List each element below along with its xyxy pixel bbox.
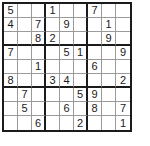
cell-r3c4-given: 2 [46,32,60,46]
cell-r2c6-empty[interactable] [74,18,88,32]
cell-r1c4-given: 1 [46,4,60,18]
cell-r7c9-empty[interactable] [116,88,130,102]
cell-r9c5-empty[interactable] [60,116,74,130]
cell-r6c4-given: 3 [46,74,60,88]
cell-r8c3-empty[interactable] [32,102,46,116]
cell-r9c7-empty[interactable] [88,116,102,130]
cell-r3c6-empty[interactable] [74,32,88,46]
cell-r3c7-empty[interactable] [88,32,102,46]
cell-r2c3-given: 7 [32,18,46,32]
cell-r1c8-empty[interactable] [102,4,116,18]
cell-r7c7-given: 9 [88,88,102,102]
cell-r3c3-given: 8 [32,32,46,46]
cell-r4c9-given: 9 [116,46,130,60]
cell-r2c9-empty[interactable] [116,18,130,32]
cell-r6c5-given: 4 [60,74,74,88]
cell-r1c9-empty[interactable] [116,4,130,18]
cell-r6c6-empty[interactable] [74,74,88,88]
cell-r3c1-empty[interactable] [4,32,18,46]
cell-r2c8-given: 1 [102,18,116,32]
cell-r9c6-given: 2 [74,116,88,130]
cell-r8c9-given: 7 [116,102,130,116]
cell-r8c4-empty[interactable] [46,102,60,116]
cell-r2c5-given: 9 [60,18,74,32]
cell-r8c1-empty[interactable] [4,102,18,116]
cell-r5c8-empty[interactable] [102,60,116,74]
cell-r4c2-empty[interactable] [18,46,32,60]
cell-r1c3-empty[interactable] [32,4,46,18]
cell-r4c1-given: 7 [4,46,18,60]
cell-r7c6-given: 5 [74,88,88,102]
cell-r1c2-empty[interactable] [18,4,32,18]
cell-r3c5-empty[interactable] [60,32,74,46]
cell-r7c1-empty[interactable] [4,88,18,102]
cell-r5c1-empty[interactable] [4,60,18,74]
cell-r6c8-empty[interactable] [102,74,116,88]
cell-r5c2-empty[interactable] [18,60,32,74]
cell-r1c7-given: 7 [88,4,102,18]
cell-r5c5-empty[interactable] [60,60,74,74]
cell-r7c2-given: 7 [18,88,32,102]
cell-r4c6-given: 1 [74,46,88,60]
cell-r4c4-empty[interactable] [46,46,60,60]
cell-r9c3-given: 6 [32,116,46,130]
cell-r1c1-given: 5 [4,4,18,18]
cell-r8c6-empty[interactable] [74,102,88,116]
cell-r2c4-empty[interactable] [46,18,60,32]
cell-r5c7-given: 6 [88,60,102,74]
cell-r1c5-empty[interactable] [60,4,74,18]
cell-r9c1-empty[interactable] [4,116,18,130]
cell-r7c4-empty[interactable] [46,88,60,102]
cell-r1c6-empty[interactable] [74,4,88,18]
cell-r5c9-empty[interactable] [116,60,130,74]
cell-r6c7-empty[interactable] [88,74,102,88]
cell-r7c8-empty[interactable] [102,88,116,102]
cell-r6c2-empty[interactable] [18,74,32,88]
cell-r8c2-given: 5 [18,102,32,116]
sudoku-board: 517479182975191683427595687621 [2,2,132,132]
cell-r8c7-given: 8 [88,102,102,116]
cell-r8c8-empty[interactable] [102,102,116,116]
cell-r2c7-empty[interactable] [88,18,102,32]
cell-r6c3-empty[interactable] [32,74,46,88]
cell-r6c9-given: 2 [116,74,130,88]
cell-r5c3-given: 1 [32,60,46,74]
cell-r4c7-empty[interactable] [88,46,102,60]
cell-r3c8-given: 9 [102,32,116,46]
cell-r4c8-empty[interactable] [102,46,116,60]
cell-r4c3-empty[interactable] [32,46,46,60]
cell-r2c2-empty[interactable] [18,18,32,32]
cell-r4c5-given: 5 [60,46,74,60]
cell-r9c2-empty[interactable] [18,116,32,130]
cell-r2c1-given: 4 [4,18,18,32]
cell-r7c3-empty[interactable] [32,88,46,102]
cell-r5c6-empty[interactable] [74,60,88,74]
cell-r3c2-empty[interactable] [18,32,32,46]
cell-r5c4-empty[interactable] [46,60,60,74]
cell-r6c1-given: 8 [4,74,18,88]
cell-r9c8-empty[interactable] [102,116,116,130]
cell-r7c5-empty[interactable] [60,88,74,102]
cell-r9c4-empty[interactable] [46,116,60,130]
cell-r9c9-given: 1 [116,116,130,130]
sudoku-page: 517479182975191683427595687621 [0,0,150,146]
cell-r3c9-empty[interactable] [116,32,130,46]
cell-r8c5-given: 6 [60,102,74,116]
